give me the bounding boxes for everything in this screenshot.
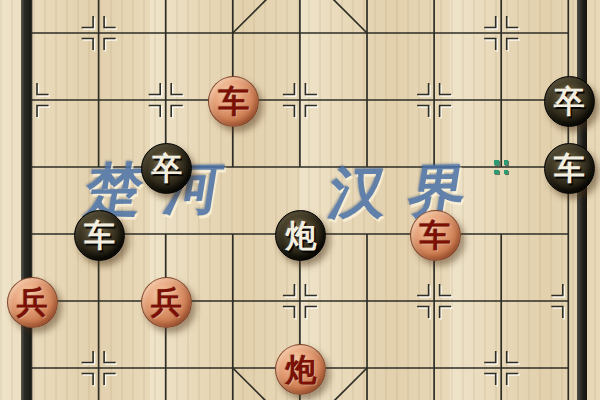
piece-glyph: 兵	[151, 287, 182, 318]
piece-glyph: 车	[420, 220, 451, 251]
piece-red-soldier[interactable]: 兵	[141, 277, 192, 328]
piece-glyph: 车	[84, 220, 115, 251]
piece-glyph: 炮	[285, 220, 316, 251]
piece-glyph: 车	[554, 153, 585, 184]
piece-black-chariot[interactable]: 车	[544, 143, 595, 194]
piece-red-chariot[interactable]: 车	[410, 210, 461, 261]
piece-black-cannon[interactable]: 炮	[275, 210, 326, 261]
piece-glyph: 车	[218, 86, 249, 117]
piece-glyph: 卒	[151, 153, 182, 184]
piece-red-chariot[interactable]: 车	[208, 76, 259, 127]
xiangqi-board[interactable]: 楚河 汉界 车卒卒车车炮车兵兵炮	[0, 0, 600, 400]
piece-black-soldier[interactable]: 卒	[141, 143, 192, 194]
piece-glyph: 卒	[554, 86, 585, 117]
piece-black-chariot[interactable]: 车	[74, 210, 125, 261]
river-label-right: 汉界	[325, 162, 493, 222]
piece-red-soldier[interactable]: 兵	[7, 277, 58, 328]
board-right-border	[577, 0, 587, 400]
last-move-marker	[494, 160, 508, 174]
piece-red-cannon[interactable]: 炮	[275, 344, 326, 395]
piece-black-soldier[interactable]: 卒	[544, 76, 595, 127]
piece-glyph: 炮	[285, 354, 316, 385]
board-left-border	[21, 0, 31, 400]
piece-glyph: 兵	[17, 287, 48, 318]
